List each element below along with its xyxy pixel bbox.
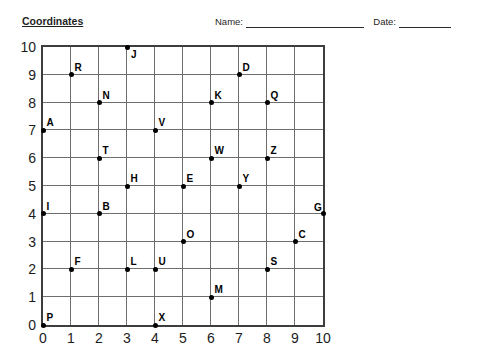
y-axis-tick-label: 9: [2, 66, 36, 84]
grid-cell: [239, 186, 267, 214]
grid-cell: [295, 75, 323, 103]
grid-cell: [267, 103, 295, 131]
grid-cell: [155, 214, 183, 242]
grid-cell: [71, 130, 99, 158]
name-blank-line: [246, 17, 364, 28]
point-dot-q: [265, 100, 270, 105]
y-axis-tick-label: 4: [2, 205, 36, 223]
grid-cell: [211, 242, 239, 270]
grid-cell: [267, 158, 295, 186]
point-dot-r: [69, 72, 74, 77]
grid-cell: [239, 297, 267, 325]
grid-cell: [99, 269, 127, 297]
y-axis-tick-label: 5: [2, 177, 36, 195]
point-dot-i: [41, 211, 46, 216]
point-label-k: K: [215, 90, 222, 101]
point-dot-s: [265, 267, 270, 272]
grid-cell: [267, 297, 295, 325]
grid-cell: [267, 214, 295, 242]
grid-cell: [71, 186, 99, 214]
point-label-o: O: [187, 229, 195, 240]
point-dot-w: [209, 156, 214, 161]
grid-cell: [267, 186, 295, 214]
point-dot-t: [97, 156, 102, 161]
grid-cell: [127, 214, 155, 242]
point-dot-k: [209, 100, 214, 105]
point-label-c: C: [299, 229, 306, 240]
grid-cell: [43, 75, 71, 103]
grid-cell: [155, 158, 183, 186]
point-dot-o: [181, 239, 186, 244]
point-dot-d: [237, 72, 242, 77]
grid-cell: [267, 47, 295, 75]
point-label-q: Q: [271, 90, 279, 101]
grid-cell: [239, 75, 267, 103]
x-axis-tick-label: 1: [59, 330, 83, 346]
grid-cell: [155, 269, 183, 297]
grid-cell: [127, 269, 155, 297]
grid-cell: [99, 297, 127, 325]
grid-cell: [211, 214, 239, 242]
grid-cell: [99, 47, 127, 75]
point-label-v: V: [159, 117, 166, 128]
grid-cell: [127, 75, 155, 103]
grid-cell: [239, 103, 267, 131]
y-axis-tick-label: 8: [2, 94, 36, 112]
point-label-m: M: [215, 284, 223, 295]
grid-cell: [211, 158, 239, 186]
date-label: Date:: [373, 16, 396, 28]
coordinate-plot: 109876543210 012345678910 ABCDEFGHIJKLMN…: [43, 47, 323, 325]
grid-cell: [183, 47, 211, 75]
x-axis-tick-label: 5: [171, 330, 195, 346]
x-axis-tick-label: 6: [199, 330, 223, 346]
point-label-d: D: [243, 62, 250, 73]
grid-cell: [211, 103, 239, 131]
grid-cell: [127, 297, 155, 325]
grid-cell: [183, 75, 211, 103]
grid-cell: [155, 47, 183, 75]
page-title: Coordinates: [22, 15, 83, 27]
grid-cell: [71, 158, 99, 186]
grid-cell: [211, 47, 239, 75]
x-axis-tick-label: 2: [87, 330, 111, 346]
y-axis-tick-label: 10: [2, 38, 36, 56]
point-label-r: R: [75, 62, 82, 73]
grid-cell: [99, 214, 127, 242]
date-blank-line: [399, 17, 451, 28]
grid-cell: [183, 297, 211, 325]
grid-cell: [295, 297, 323, 325]
grid-cell: [183, 242, 211, 270]
point-label-z: Z: [271, 145, 277, 156]
grid-cell: [155, 75, 183, 103]
grid-cell: [127, 186, 155, 214]
grid-cell: [211, 297, 239, 325]
point-dot-e: [181, 184, 186, 189]
name-label: Name:: [215, 16, 243, 28]
point-label-s: S: [271, 256, 278, 267]
grid-cell: [127, 103, 155, 131]
grid-cell: [183, 186, 211, 214]
point-dot-h: [125, 184, 130, 189]
grid-cell: [155, 130, 183, 158]
point-label-h: H: [131, 173, 138, 184]
grid-cell: [183, 103, 211, 131]
grid-cell: [43, 242, 71, 270]
grid-cell: [99, 103, 127, 131]
grid-cell: [43, 158, 71, 186]
x-axis-tick-label: 0: [31, 330, 55, 346]
x-axis-tick-label: 9: [283, 330, 307, 346]
point-label-x: X: [159, 312, 166, 323]
y-axis-tick-label: 7: [2, 121, 36, 139]
grid-cell: [71, 269, 99, 297]
point-label-i: I: [47, 201, 50, 212]
point-label-n: N: [103, 90, 110, 101]
point-label-l: L: [131, 256, 137, 267]
point-label-b: B: [103, 201, 110, 212]
y-axis-tick-label: 1: [2, 288, 36, 306]
grid-cell: [183, 130, 211, 158]
point-dot-j: [125, 45, 130, 50]
grid-cell: [43, 269, 71, 297]
grid-cell: [71, 297, 99, 325]
grid-cell: [43, 130, 71, 158]
point-dot-v: [153, 128, 158, 133]
grid-cell: [43, 47, 71, 75]
point-dot-a: [41, 128, 46, 133]
grid-cell: [71, 103, 99, 131]
point-label-p: P: [47, 312, 54, 323]
grid-cell: [295, 103, 323, 131]
point-dot-f: [69, 267, 74, 272]
point-dot-b: [97, 211, 102, 216]
name-date-row: Name: Date:: [215, 16, 451, 28]
x-axis-tick-label: 7: [227, 330, 251, 346]
grid-cell: [267, 269, 295, 297]
grid-cell: [211, 186, 239, 214]
grid-cell: [127, 130, 155, 158]
point-dot-z: [265, 156, 270, 161]
point-dot-p: [41, 323, 46, 328]
point-dot-n: [97, 100, 102, 105]
point-dot-x: [153, 323, 158, 328]
x-axis-tick-label: 8: [255, 330, 279, 346]
point-label-t: T: [103, 145, 109, 156]
point-label-j: J: [131, 49, 137, 60]
y-axis-tick-label: 2: [2, 260, 36, 278]
point-label-f: F: [75, 256, 81, 267]
point-dot-c: [293, 239, 298, 244]
grid-cell: [155, 186, 183, 214]
point-label-e: E: [187, 173, 194, 184]
x-axis-tick-label: 10: [311, 330, 335, 346]
point-label-w: W: [215, 145, 224, 156]
grid-cell: [295, 130, 323, 158]
point-label-g: G: [314, 202, 322, 213]
y-axis-tick-label: 3: [2, 233, 36, 251]
point-dot-u: [153, 267, 158, 272]
point-label-u: U: [159, 256, 166, 267]
grid-cell: [99, 158, 127, 186]
x-axis-tick-label: 4: [143, 330, 167, 346]
point-dot-y: [237, 184, 242, 189]
grid-cell: [295, 158, 323, 186]
grid-cell: [295, 242, 323, 270]
grid-cell: [295, 269, 323, 297]
grid-cell: [239, 269, 267, 297]
worksheet-page: Coordinates Name: Date: 109876543210 012…: [0, 0, 500, 353]
grid-cell: [239, 242, 267, 270]
x-axis-tick-label: 3: [115, 330, 139, 346]
grid-cell: [183, 269, 211, 297]
grid-cell: [99, 242, 127, 270]
point-dot-l: [125, 267, 130, 272]
grid-cell: [295, 47, 323, 75]
grid-cell: [43, 214, 71, 242]
y-axis-tick-label: 6: [2, 149, 36, 167]
point-label-y: Y: [243, 173, 250, 184]
grid-cell: [71, 214, 99, 242]
point-label-a: A: [47, 117, 54, 128]
grid-cell: [71, 75, 99, 103]
grid-cell: [239, 130, 267, 158]
grid-cell: [239, 214, 267, 242]
point-dot-m: [209, 295, 214, 300]
